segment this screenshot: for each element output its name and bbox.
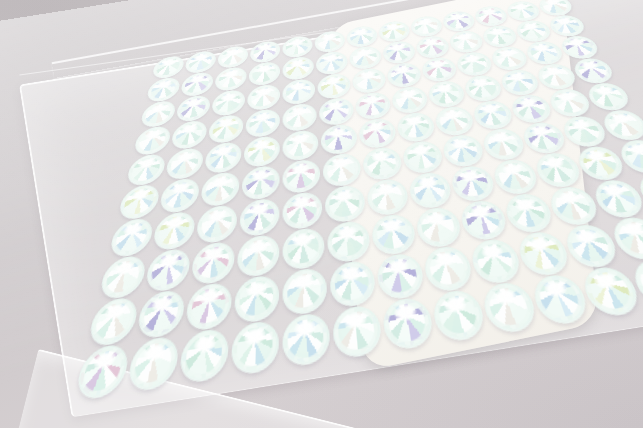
rhinestone	[245, 107, 280, 139]
rhinestone	[322, 151, 362, 188]
perspective-layer	[93, 0, 643, 379]
rhinestone	[545, 86, 594, 118]
rhinestone	[158, 176, 200, 214]
rhinestone	[107, 216, 154, 259]
rhinestone	[177, 326, 229, 384]
rhinestone	[282, 77, 315, 106]
rhinestone	[501, 191, 556, 235]
rhinestone	[357, 116, 397, 150]
rhinestone	[233, 273, 279, 324]
rhinestone	[479, 279, 540, 334]
rhinestone	[440, 9, 477, 33]
rhinestone	[282, 226, 325, 272]
rhinestone	[143, 246, 191, 293]
rhinestone	[380, 295, 435, 351]
rhinestone	[365, 177, 410, 218]
rhinestone	[560, 222, 622, 270]
rhinestone	[248, 60, 280, 87]
rhinestone	[480, 24, 520, 49]
rhinestone	[467, 236, 524, 285]
rhinestone	[316, 72, 351, 101]
rhinestone	[132, 124, 172, 156]
rhinestone	[400, 139, 444, 176]
rhinestone	[314, 29, 346, 54]
sheet-wrap	[0, 0, 643, 428]
rhinestone	[351, 66, 387, 94]
rhinestone	[282, 55, 314, 82]
rhinestone	[282, 190, 322, 231]
rhinestone	[282, 311, 330, 368]
rhinestone	[407, 170, 454, 210]
rhinestone	[199, 170, 239, 208]
rhinestone	[489, 157, 540, 197]
rhinestone	[533, 62, 579, 92]
rhinestone	[318, 96, 354, 127]
rhinestone	[513, 18, 554, 43]
rhinestone	[457, 198, 510, 242]
rhinestone	[210, 88, 245, 117]
rhinestone	[328, 258, 376, 308]
rhinestone	[545, 13, 588, 38]
rhinestone	[354, 90, 392, 121]
rhinestone	[426, 79, 467, 109]
rhinestone	[315, 50, 348, 77]
rhinestone	[497, 67, 542, 97]
rhinestone	[440, 132, 486, 168]
rhinestone	[430, 287, 488, 343]
rhinestone	[216, 44, 248, 69]
rhinestone	[569, 56, 617, 85]
rhinestone	[125, 152, 167, 187]
rhinestone	[238, 196, 279, 238]
rhinestone	[488, 45, 530, 72]
rhinestone	[381, 39, 417, 65]
rhinestone	[241, 164, 279, 202]
rhinestone	[531, 150, 585, 189]
rhinestone	[326, 219, 371, 264]
rhinestone	[282, 34, 312, 59]
rhinestone	[249, 39, 280, 64]
rhinestone	[472, 4, 510, 28]
rhinestone	[151, 209, 196, 251]
rhinestone	[572, 144, 628, 183]
rhinestone	[385, 61, 423, 89]
rhinestone	[508, 92, 555, 125]
rhinestone	[170, 119, 208, 151]
rhinestone	[184, 49, 217, 74]
rhinestone	[214, 65, 247, 92]
rhinestone	[145, 76, 181, 104]
rhinestone	[135, 288, 186, 340]
rhinestone	[413, 205, 463, 250]
rhinestone	[545, 184, 603, 227]
photo-rhinestone-sheet	[0, 0, 643, 428]
rhinestone	[503, 0, 542, 23]
rhinestone	[419, 55, 458, 83]
rhinestone	[282, 266, 327, 317]
rhinestone	[409, 14, 444, 38]
rhinestone	[320, 122, 358, 156]
rhinestone	[243, 134, 280, 169]
rhinestone	[345, 24, 378, 48]
rhinestone	[246, 83, 279, 112]
rhinestone	[116, 182, 160, 221]
rhinestone	[470, 98, 515, 131]
rhinestone	[448, 163, 497, 203]
rhinestone	[195, 203, 238, 245]
rhinestone	[97, 253, 147, 300]
rhinestone	[190, 239, 235, 285]
rhinestone-grid	[69, 0, 643, 408]
rhinestone	[236, 233, 279, 279]
rhinestone	[164, 146, 204, 181]
rhinestone	[86, 295, 140, 348]
rhinestone	[203, 140, 241, 175]
rhinestone	[588, 177, 643, 220]
rhinestone	[479, 126, 527, 162]
rhinestone	[324, 183, 367, 224]
rhinestone	[454, 50, 495, 78]
rhinestone	[184, 280, 232, 332]
rhinestone	[447, 29, 486, 55]
rhinestone	[558, 114, 610, 149]
rhinestone	[230, 318, 279, 376]
rhinestone	[421, 244, 475, 294]
rhinestone	[282, 157, 320, 194]
rhinestone	[370, 212, 418, 257]
rhinestone	[432, 104, 476, 137]
rhinestone	[528, 272, 592, 327]
rhinestone	[583, 80, 634, 112]
rhinestone	[282, 101, 317, 132]
rhinestone	[462, 73, 505, 103]
rhinestone	[519, 120, 569, 156]
rhinestone	[348, 44, 382, 70]
rhinestone	[395, 110, 437, 143]
rhinestone	[151, 54, 185, 80]
rhinestone	[207, 113, 243, 145]
rhinestone	[522, 39, 566, 66]
rhinestone	[125, 334, 180, 393]
rhinestone	[390, 84, 430, 115]
rhinestone	[361, 145, 403, 182]
rhinestone	[414, 34, 451, 60]
rhinestone	[331, 303, 383, 360]
rhinestone	[377, 19, 411, 43]
rhinestone	[557, 34, 602, 61]
rhinestone	[139, 99, 177, 129]
rhinestone	[179, 70, 214, 97]
rhinestone	[282, 128, 318, 162]
rhinestone	[514, 229, 573, 278]
rhinestone	[175, 93, 211, 123]
rhinestone	[375, 251, 426, 301]
rhinestone	[577, 264, 643, 318]
